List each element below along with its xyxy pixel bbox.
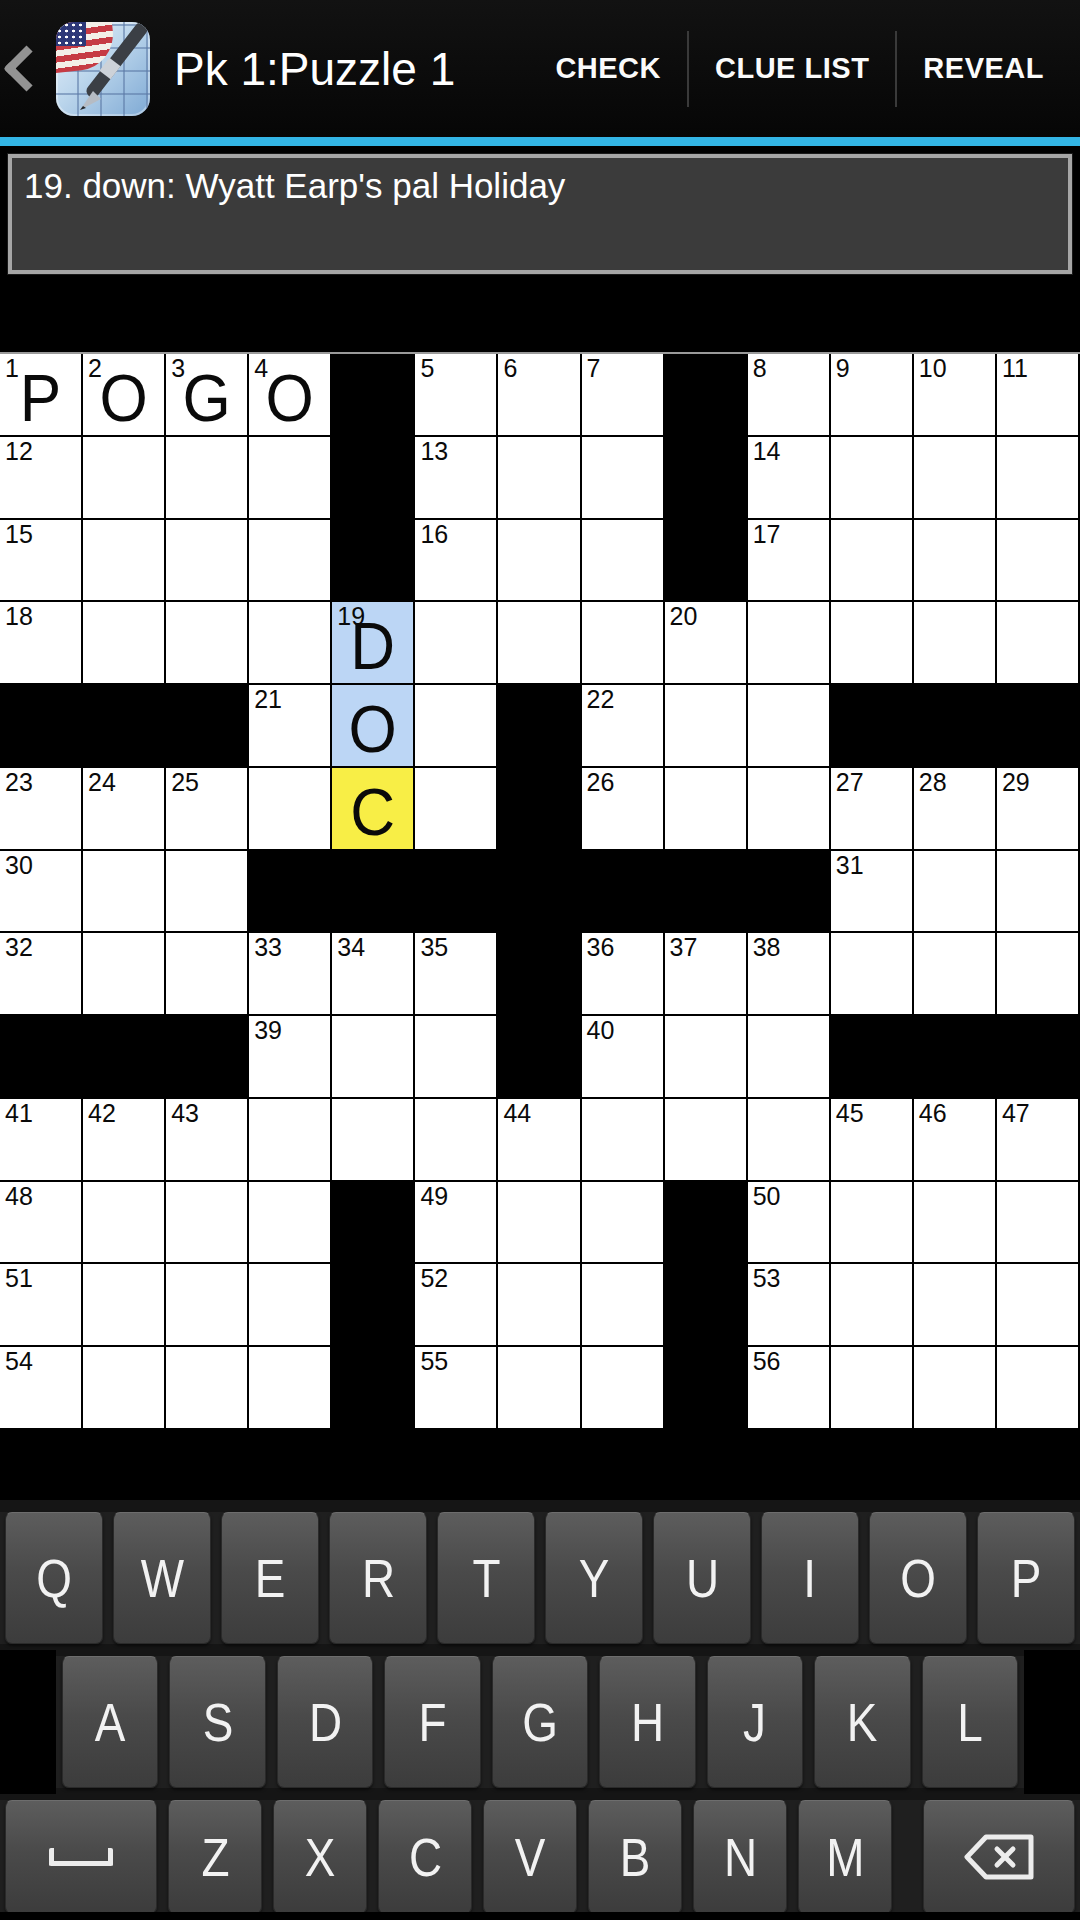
key-label: C — [408, 1826, 441, 1888]
cell-r2c6[interactable]: 13 — [415, 437, 498, 520]
cell-r6c6[interactable] — [415, 768, 498, 851]
key-i[interactable]: I — [761, 1512, 859, 1644]
cell-r9c13 — [997, 1016, 1080, 1099]
cell-r11c10[interactable]: 50 — [748, 1182, 831, 1265]
cell-r12c2[interactable] — [83, 1264, 166, 1347]
cell-r10c8[interactable] — [582, 1099, 665, 1182]
clue-number: 41 — [5, 1100, 33, 1128]
clue-number: 49 — [420, 1183, 448, 1211]
cell-r1c8[interactable]: 7 — [582, 354, 665, 437]
cell-r12c4[interactable] — [249, 1264, 332, 1347]
cell-r2c12[interactable] — [914, 437, 997, 520]
cell-r6c13[interactable]: 29 — [997, 768, 1080, 851]
cell-r10c5[interactable] — [332, 1099, 415, 1182]
space-icon — [49, 1848, 113, 1866]
cell-r10c11[interactable]: 45 — [831, 1099, 914, 1182]
cell-r3c1[interactable]: 15 — [0, 520, 83, 603]
cell-r7c6 — [415, 851, 498, 934]
cell-r9c2 — [83, 1016, 166, 1099]
cell-r6c12[interactable]: 28 — [914, 768, 997, 851]
cell-r2c5 — [332, 437, 415, 520]
cell-r11c5 — [332, 1182, 415, 1265]
key-label: S — [202, 1691, 233, 1753]
clue-number: 27 — [836, 769, 864, 797]
key-m[interactable]: M — [798, 1800, 892, 1914]
cell-r6c5[interactable]: C — [332, 768, 415, 851]
cell-r12c9 — [665, 1264, 748, 1347]
key-label: T — [472, 1547, 500, 1609]
cell-r2c1[interactable]: 12 — [0, 437, 83, 520]
cell-r9c4[interactable]: 39 — [249, 1016, 332, 1099]
cell-r11c1[interactable]: 48 — [0, 1182, 83, 1265]
accent-divider — [0, 137, 1080, 146]
key-q[interactable]: Q — [5, 1512, 103, 1644]
clue-number: 53 — [753, 1265, 781, 1293]
cell-r7c12[interactable] — [914, 851, 997, 934]
cell-r11c9 — [665, 1182, 748, 1265]
cell-r8c6[interactable]: 35 — [415, 933, 498, 1016]
key-label: K — [847, 1691, 878, 1753]
key-l[interactable]: L — [922, 1656, 1018, 1788]
clue-number: 8 — [753, 355, 767, 383]
clue-number: 30 — [5, 852, 33, 880]
cell-r5c3 — [166, 685, 249, 768]
cell-r7c3[interactable] — [166, 851, 249, 934]
cell-r9c5[interactable] — [332, 1016, 415, 1099]
cell-r11c3[interactable] — [166, 1182, 249, 1265]
key-label: Q — [36, 1547, 72, 1609]
cell-r7c13[interactable] — [997, 851, 1080, 934]
key-label: J — [743, 1691, 766, 1753]
keyboard-margin — [1024, 1650, 1080, 1794]
backspace-icon — [964, 1834, 1034, 1880]
cell-r8c1[interactable]: 32 — [0, 933, 83, 1016]
action-bar: Pk 1:Puzzle 1 CHECK CLUE LIST REVEAL — [0, 0, 1080, 137]
cell-r12c10[interactable]: 53 — [748, 1264, 831, 1347]
keyboard: QWERTYUIOP ASDFGHJKL ZXCVBNM — [0, 1500, 1080, 1920]
clue-number: 22 — [587, 686, 615, 714]
key-label: E — [255, 1547, 286, 1609]
cell-r2c2[interactable] — [83, 437, 166, 520]
clue-number: 5 — [420, 355, 434, 383]
clue-number: 25 — [171, 769, 199, 797]
cell-r9c12 — [914, 1016, 997, 1099]
cell-r6c8[interactable]: 26 — [582, 768, 665, 851]
cell-r7c8 — [582, 851, 665, 934]
cell-r5c4[interactable]: 21 — [249, 685, 332, 768]
cell-r1c2[interactable]: 2O — [83, 354, 166, 437]
cell-r8c7 — [498, 933, 581, 1016]
clue-number: 45 — [836, 1100, 864, 1128]
cell-r5c5[interactable]: O — [332, 685, 415, 768]
cell-r12c13[interactable] — [997, 1264, 1080, 1347]
clue-number: 46 — [919, 1100, 947, 1128]
cell-r1c13[interactable]: 11 — [997, 354, 1080, 437]
cell-r11c8[interactable] — [582, 1182, 665, 1265]
cell-r6c10[interactable] — [748, 768, 831, 851]
cell-letter: P — [2, 364, 78, 432]
key-label: Z — [201, 1826, 229, 1888]
cell-r13c10[interactable]: 56 — [748, 1347, 831, 1430]
key-k[interactable]: K — [814, 1656, 910, 1788]
clue-number: 37 — [670, 934, 698, 962]
clue-number: 40 — [587, 1017, 615, 1045]
cell-r7c2[interactable] — [83, 851, 166, 934]
cell-r11c4[interactable] — [249, 1182, 332, 1265]
key-o[interactable]: O — [869, 1512, 967, 1644]
cell-r13c2[interactable] — [83, 1347, 166, 1430]
cell-r2c13[interactable] — [997, 437, 1080, 520]
keyboard-row-3: ZXCVBNM — [0, 1800, 1080, 1914]
clue-number: 26 — [587, 769, 615, 797]
cell-r4c11[interactable] — [831, 602, 914, 685]
cell-r4c2[interactable] — [83, 602, 166, 685]
cell-r6c11[interactable]: 27 — [831, 768, 914, 851]
key-w[interactable]: W — [113, 1512, 211, 1644]
cell-r1c10[interactable]: 8 — [748, 354, 831, 437]
clue-bar[interactable]: 19. down: Wyatt Earp's pal Holiday — [8, 154, 1072, 274]
cell-r2c11[interactable] — [831, 437, 914, 520]
key-label: F — [419, 1691, 447, 1753]
cell-r2c4[interactable] — [249, 437, 332, 520]
cell-r4c7[interactable] — [498, 602, 581, 685]
key-label: W — [140, 1547, 183, 1609]
cell-r3c12[interactable] — [914, 520, 997, 603]
cell-r7c5 — [332, 851, 415, 934]
cell-r12c12[interactable] — [914, 1264, 997, 1347]
cell-r8c2[interactable] — [83, 933, 166, 1016]
cell-r5c12 — [914, 685, 997, 768]
cell-r4c9[interactable]: 20 — [665, 602, 748, 685]
clue-number: 44 — [503, 1100, 531, 1128]
cell-r3c11[interactable] — [831, 520, 914, 603]
key-h[interactable]: H — [599, 1656, 695, 1788]
cell-r5c11 — [831, 685, 914, 768]
crossword-grid: 1P2O3G4O5678910111213141516171819D2021O2… — [0, 352, 1080, 1430]
key-j[interactable]: J — [707, 1656, 803, 1788]
cell-r11c12[interactable] — [914, 1182, 997, 1265]
key-label: O — [900, 1547, 936, 1609]
cell-r4c4[interactable] — [249, 602, 332, 685]
cell-r10c4[interactable] — [249, 1099, 332, 1182]
clue-number: 7 — [587, 355, 601, 383]
cell-r12c6[interactable]: 52 — [415, 1264, 498, 1347]
app-screen: Pk 1:Puzzle 1 CHECK CLUE LIST REVEAL 19.… — [0, 0, 1080, 1920]
back-button[interactable] — [0, 9, 46, 129]
cell-r13c12[interactable] — [914, 1347, 997, 1430]
cell-r9c7 — [498, 1016, 581, 1099]
cell-letter: O — [85, 364, 161, 432]
key-label: L — [957, 1691, 983, 1753]
key-label: V — [515, 1826, 546, 1888]
key-label: R — [361, 1547, 394, 1609]
clue-number: 48 — [5, 1183, 33, 1211]
cell-r1c1[interactable]: 1P — [0, 354, 83, 437]
cell-r8c11[interactable] — [831, 933, 914, 1016]
cell-r1c12[interactable]: 10 — [914, 354, 997, 437]
key-p[interactable]: P — [977, 1512, 1075, 1644]
key-g[interactable]: G — [492, 1656, 588, 1788]
space-key[interactable] — [5, 1800, 157, 1914]
cell-r3c6[interactable]: 16 — [415, 520, 498, 603]
key-d[interactable]: D — [277, 1656, 373, 1788]
app-icon — [56, 22, 150, 116]
cell-r3c10[interactable]: 17 — [748, 520, 831, 603]
cell-r12c5 — [332, 1264, 415, 1347]
cell-r6c9[interactable] — [665, 768, 748, 851]
clue-number: 24 — [88, 769, 116, 797]
cell-r7c10 — [748, 851, 831, 934]
clue-number: 51 — [5, 1265, 33, 1293]
cell-r1c9 — [665, 354, 748, 437]
clue-number: 33 — [254, 934, 282, 962]
cell-r10c7[interactable]: 44 — [498, 1099, 581, 1182]
clue-number: 34 — [337, 934, 365, 962]
cell-letter: G — [169, 364, 245, 432]
key-label: B — [620, 1826, 651, 1888]
cell-r2c10[interactable]: 14 — [748, 437, 831, 520]
cell-r9c10[interactable] — [748, 1016, 831, 1099]
cell-r2c8[interactable] — [582, 437, 665, 520]
key-r[interactable]: R — [329, 1512, 427, 1644]
cell-r11c7[interactable] — [498, 1182, 581, 1265]
cell-r1c3[interactable]: 3G — [166, 354, 249, 437]
cell-r4c12[interactable] — [914, 602, 997, 685]
clue-text: 19. down: Wyatt Earp's pal Holiday — [12, 158, 1068, 214]
cell-r2c3[interactable] — [166, 437, 249, 520]
clue-number: 21 — [254, 686, 282, 714]
clue-number: 11 — [1002, 355, 1028, 383]
cell-r9c1 — [0, 1016, 83, 1099]
clue-list-button[interactable]: CLUE LIST — [689, 24, 895, 114]
clue-number: 43 — [171, 1100, 199, 1128]
cell-r8c10[interactable]: 38 — [748, 933, 831, 1016]
key-y[interactable]: Y — [545, 1512, 643, 1644]
cell-r8c13[interactable] — [997, 933, 1080, 1016]
key-e[interactable]: E — [221, 1512, 319, 1644]
cell-r4c1[interactable]: 18 — [0, 602, 83, 685]
cell-r9c8[interactable]: 40 — [582, 1016, 665, 1099]
cell-r6c4[interactable] — [249, 768, 332, 851]
cell-r10c3[interactable]: 43 — [166, 1099, 249, 1182]
key-t[interactable]: T — [437, 1512, 535, 1644]
cell-r1c11[interactable]: 9 — [831, 354, 914, 437]
cell-r13c7[interactable] — [498, 1347, 581, 1430]
key-f[interactable]: F — [384, 1656, 480, 1788]
cell-r3c13[interactable] — [997, 520, 1080, 603]
cell-r8c3[interactable] — [166, 933, 249, 1016]
cell-letter: C — [335, 778, 411, 846]
cell-r5c10[interactable] — [748, 685, 831, 768]
back-chevron-icon — [3, 45, 50, 92]
clue-number: 16 — [420, 521, 448, 549]
key-u[interactable]: U — [653, 1512, 751, 1644]
cell-r1c4[interactable]: 4O — [249, 354, 332, 437]
cell-r4c8[interactable] — [582, 602, 665, 685]
keyboard-row-1: QWERTYUIOP — [0, 1512, 1080, 1644]
cell-r7c11[interactable]: 31 — [831, 851, 914, 934]
cell-r5c6[interactable] — [415, 685, 498, 768]
keyboard-margin — [0, 1650, 56, 1794]
clue-number: 6 — [503, 355, 517, 383]
check-button[interactable]: CHECK — [529, 24, 687, 114]
clue-number: 38 — [753, 934, 781, 962]
cell-r5c1 — [0, 685, 83, 768]
cell-r9c9[interactable] — [665, 1016, 748, 1099]
cell-r9c3 — [166, 1016, 249, 1099]
cell-letter: O — [252, 364, 328, 432]
cell-r13c9 — [665, 1347, 748, 1430]
clue-number: 39 — [254, 1017, 282, 1045]
cell-r10c13[interactable]: 47 — [997, 1099, 1080, 1182]
key-n[interactable]: N — [693, 1800, 787, 1914]
cell-r10c9[interactable] — [665, 1099, 748, 1182]
reveal-button[interactable]: REVEAL — [897, 24, 1070, 114]
key-label: P — [1011, 1547, 1042, 1609]
cell-r13c4[interactable] — [249, 1347, 332, 1430]
clue-number: 29 — [1002, 769, 1030, 797]
cell-r11c13[interactable] — [997, 1182, 1080, 1265]
key-z[interactable]: Z — [168, 1800, 262, 1914]
clue-number: 54 — [5, 1348, 33, 1376]
key-label: U — [685, 1547, 718, 1609]
cell-r9c11 — [831, 1016, 914, 1099]
key-label: G — [522, 1691, 558, 1753]
cell-r8c8[interactable]: 36 — [582, 933, 665, 1016]
page-title: Pk 1:Puzzle 1 — [174, 42, 455, 96]
cell-r3c3[interactable] — [166, 520, 249, 603]
cell-r12c8[interactable] — [582, 1264, 665, 1347]
clue-number: 28 — [919, 769, 947, 797]
clue-number: 9 — [836, 355, 850, 383]
cell-r12c3[interactable] — [166, 1264, 249, 1347]
cell-r13c3[interactable] — [166, 1347, 249, 1430]
cell-r4c5[interactable]: 19D — [332, 602, 415, 685]
cell-r6c2[interactable]: 24 — [83, 768, 166, 851]
key-label: X — [305, 1826, 336, 1888]
cell-r6c1[interactable]: 23 — [0, 768, 83, 851]
key-v[interactable]: V — [483, 1800, 577, 1914]
clue-number: 12 — [5, 438, 33, 466]
cell-r10c10[interactable] — [748, 1099, 831, 1182]
cell-r8c12[interactable] — [914, 933, 997, 1016]
cell-r5c13 — [997, 685, 1080, 768]
cell-r12c1[interactable]: 51 — [0, 1264, 83, 1347]
cell-r5c2 — [83, 685, 166, 768]
clue-number: 15 — [5, 521, 33, 549]
clue-number: 17 — [753, 521, 781, 549]
cell-r3c8[interactable] — [582, 520, 665, 603]
clue-number: 10 — [919, 355, 947, 383]
cell-r7c9 — [665, 851, 748, 934]
cell-r11c11[interactable] — [831, 1182, 914, 1265]
cell-r11c6[interactable]: 49 — [415, 1182, 498, 1265]
cell-r3c2[interactable] — [83, 520, 166, 603]
cell-r4c3[interactable] — [166, 602, 249, 685]
clue-number: 47 — [1002, 1100, 1030, 1128]
clue-number: 31 — [836, 852, 864, 880]
cell-r12c11[interactable] — [831, 1264, 914, 1347]
cell-r13c1[interactable]: 54 — [0, 1347, 83, 1430]
keyboard-row-2: ASDFGHJKL — [56, 1656, 1024, 1788]
clue-number: 20 — [670, 603, 698, 631]
key-label: M — [826, 1826, 864, 1888]
cell-r7c4 — [249, 851, 332, 934]
key-label: H — [631, 1691, 664, 1753]
key-label: N — [723, 1826, 756, 1888]
backspace-key[interactable] — [923, 1800, 1075, 1914]
key-x[interactable]: X — [273, 1800, 367, 1914]
action-buttons: CHECK CLUE LIST REVEAL — [529, 0, 1080, 137]
cell-r4c6[interactable] — [415, 602, 498, 685]
key-c[interactable]: C — [378, 1800, 472, 1914]
clue-number: 55 — [420, 1348, 448, 1376]
cell-r10c12[interactable]: 46 — [914, 1099, 997, 1182]
cell-r13c5 — [332, 1347, 415, 1430]
clue-number: 36 — [587, 934, 615, 962]
cell-r3c7[interactable] — [498, 520, 581, 603]
key-b[interactable]: B — [588, 1800, 682, 1914]
cell-r10c2[interactable]: 42 — [83, 1099, 166, 1182]
clue-number: 32 — [5, 934, 33, 962]
cell-r13c8[interactable] — [582, 1347, 665, 1430]
key-label: D — [309, 1691, 342, 1753]
cell-r8c9[interactable]: 37 — [665, 933, 748, 1016]
cell-r2c7[interactable] — [498, 437, 581, 520]
key-label: Y — [579, 1547, 610, 1609]
cell-r1c6[interactable]: 5 — [415, 354, 498, 437]
cell-r5c8[interactable]: 22 — [582, 685, 665, 768]
clue-number: 18 — [5, 603, 33, 631]
cell-r11c2[interactable] — [83, 1182, 166, 1265]
clue-number: 14 — [753, 438, 781, 466]
cell-r2c9 — [665, 437, 748, 520]
cell-r8c4[interactable]: 33 — [249, 933, 332, 1016]
keyboard-bottom-strip — [0, 1912, 1080, 1920]
cell-r13c6[interactable]: 55 — [415, 1347, 498, 1430]
cell-r6c3[interactable]: 25 — [166, 768, 249, 851]
cell-r5c7 — [498, 685, 581, 768]
key-a[interactable]: A — [62, 1656, 158, 1788]
cell-r3c4[interactable] — [249, 520, 332, 603]
cell-r4c10[interactable] — [748, 602, 831, 685]
cell-r10c6[interactable] — [415, 1099, 498, 1182]
cell-r1c5 — [332, 354, 415, 437]
key-label: I — [804, 1547, 817, 1609]
cell-r12c7[interactable] — [498, 1264, 581, 1347]
key-label: A — [95, 1691, 126, 1753]
pen-icon — [56, 22, 150, 116]
key-s[interactable]: S — [169, 1656, 265, 1788]
clue-number: 13 — [420, 438, 448, 466]
clue-number: 52 — [420, 1265, 448, 1293]
cell-r13c13[interactable] — [997, 1347, 1080, 1430]
cell-r9c6[interactable] — [415, 1016, 498, 1099]
clue-number: 35 — [420, 934, 448, 962]
cell-r3c5 — [332, 520, 415, 603]
cell-r5c9[interactable] — [665, 685, 748, 768]
cell-r7c1[interactable]: 30 — [0, 851, 83, 934]
cell-letter: D — [335, 612, 411, 680]
cell-r4c13[interactable] — [997, 602, 1080, 685]
clue-number: 42 — [88, 1100, 116, 1128]
clue-number: 50 — [753, 1183, 781, 1211]
cell-r7c7 — [498, 851, 581, 934]
cell-r10c1[interactable]: 41 — [0, 1099, 83, 1182]
cell-r8c5[interactable]: 34 — [332, 933, 415, 1016]
cell-r13c11[interactable] — [831, 1347, 914, 1430]
cell-r1c7[interactable]: 6 — [498, 354, 581, 437]
